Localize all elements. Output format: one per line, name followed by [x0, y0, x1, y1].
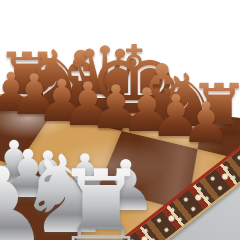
- silver-rook[interactable]: ♜: [54, 156, 147, 240]
- chess-set-photo: ♜♞♝♟♛♟♚♟♝♟♞♟♟♜♟♟♟♟♟♟♟♞♜♟: [0, 0, 240, 240]
- silver-pawn[interactable]: ♟: [0, 153, 50, 240]
- copper-pawn[interactable]: ♟: [181, 95, 231, 151]
- pieces-layer: ♜♞♝♟♛♟♚♟♝♟♞♟♟♜♟♟♟♟♟♟♟♞♜♟: [0, 0, 240, 240]
